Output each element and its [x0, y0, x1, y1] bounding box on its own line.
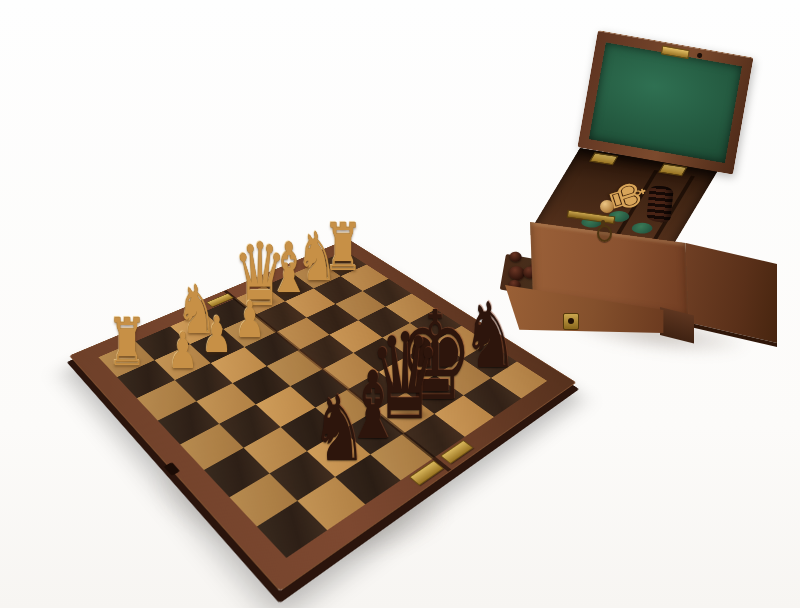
lid-baize-lining — [589, 43, 742, 163]
boxwood-piece-in-well — [600, 200, 614, 213]
keyhole-icon — [568, 318, 574, 324]
lid-keyhole — [697, 53, 703, 59]
board-playing-field — [98, 251, 547, 558]
board-clasp — [164, 462, 181, 476]
felt-pad — [629, 222, 655, 235]
keyhole-escutcheon — [563, 313, 579, 330]
box-right-face — [686, 243, 777, 347]
chessboard — [69, 239, 576, 592]
lock-ring — [597, 225, 612, 242]
rosewood-piece-in-well — [646, 185, 674, 223]
chessboard-perspective-wrap — [109, 179, 535, 557]
brass-hinge — [589, 152, 618, 165]
photo-stage: ♜♞♛♝♞♜♟♟♟♞♝♛♚♞ ♚ — [0, 0, 800, 608]
lock-stem — [601, 220, 605, 227]
